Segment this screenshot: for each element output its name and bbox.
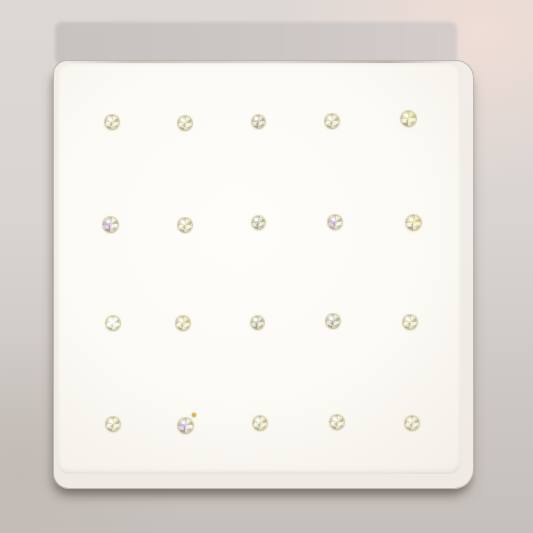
crystal-stud-r3c3 <box>251 316 264 329</box>
stud-grid <box>0 0 533 533</box>
crystal-stud-r2c1 <box>103 217 118 232</box>
crystal-stud-r1c5 <box>401 111 416 126</box>
crystal-stud-r1c3 <box>252 115 265 128</box>
crystal-stud-r2c2 <box>178 218 192 232</box>
gold-pin-dot <box>192 413 196 417</box>
crystal-stud-r1c1 <box>105 115 119 129</box>
crystal-stud-r4c3 <box>253 416 267 430</box>
crystal-stud-r2c4 <box>328 215 342 229</box>
crystal-stud-r3c1 <box>106 316 120 330</box>
crystal-stud-r4c5 <box>405 416 419 430</box>
crystal-stud-r3c2 <box>176 316 190 330</box>
crystal-stud-r1c2 <box>178 116 192 130</box>
crystal-stud-r3c4 <box>326 314 340 328</box>
crystal-stud-r4c1 <box>106 417 120 431</box>
photo-scene <box>0 0 533 533</box>
crystal-stud-r2c5 <box>406 215 421 230</box>
crystal-stud-r4c2 <box>178 418 193 433</box>
crystal-stud-r1c4 <box>325 114 339 128</box>
crystal-stud-r2c3 <box>252 216 265 229</box>
crystal-stud-r3c5 <box>403 315 417 329</box>
crystal-stud-r4c4 <box>330 415 344 429</box>
